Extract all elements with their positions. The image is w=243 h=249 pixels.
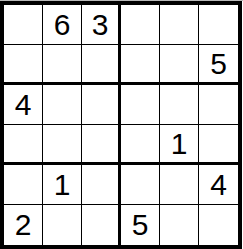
cell-r3c3-empty[interactable] [82,85,121,125]
cell-r6c4-given[interactable]: 5 [121,205,160,245]
cell-r5c2-given[interactable]: 1 [43,165,82,205]
cell-r2c6-given[interactable]: 5 [199,45,238,85]
cell-r1c3-given[interactable]: 3 [82,5,121,45]
cell-r5c5-empty[interactable] [160,165,199,205]
cell-r6c3-empty[interactable] [82,205,121,245]
cell-r2c1-empty[interactable] [4,45,43,85]
cell-r5c3-empty[interactable] [82,165,121,205]
cell-r2c3-empty[interactable] [82,45,121,85]
cell-r2c4-empty[interactable] [121,45,160,85]
cell-r1c2-given[interactable]: 6 [43,5,82,45]
cell-r3c6-empty[interactable] [199,85,238,125]
cell-r4c1-empty[interactable] [4,125,43,165]
cell-r5c1-empty[interactable] [4,165,43,205]
cell-r3c5-empty[interactable] [160,85,199,125]
cell-r4c5-given[interactable]: 1 [160,125,199,165]
cell-r4c6-empty[interactable] [199,125,238,165]
cell-r6c1-given[interactable]: 2 [4,205,43,245]
cell-r5c6-given[interactable]: 4 [199,165,238,205]
cell-r6c5-empty[interactable] [160,205,199,245]
cell-r2c2-empty[interactable] [43,45,82,85]
sudoku-board: 635411425 [0,1,242,249]
cell-r3c4-empty[interactable] [121,85,160,125]
cell-r1c4-empty[interactable] [121,5,160,45]
page: 635411425 [0,0,243,249]
cell-r3c1-given[interactable]: 4 [4,85,43,125]
cell-r1c6-empty[interactable] [199,5,238,45]
cell-r6c6-empty[interactable] [199,205,238,245]
cell-r2c5-empty[interactable] [160,45,199,85]
cell-r5c4-empty[interactable] [121,165,160,205]
cell-r6c2-empty[interactable] [43,205,82,245]
cell-r4c2-empty[interactable] [43,125,82,165]
cell-r4c3-empty[interactable] [82,125,121,165]
cell-r1c1-empty[interactable] [4,5,43,45]
cell-r3c2-empty[interactable] [43,85,82,125]
cell-r1c5-empty[interactable] [160,5,199,45]
cell-r4c4-empty[interactable] [121,125,160,165]
